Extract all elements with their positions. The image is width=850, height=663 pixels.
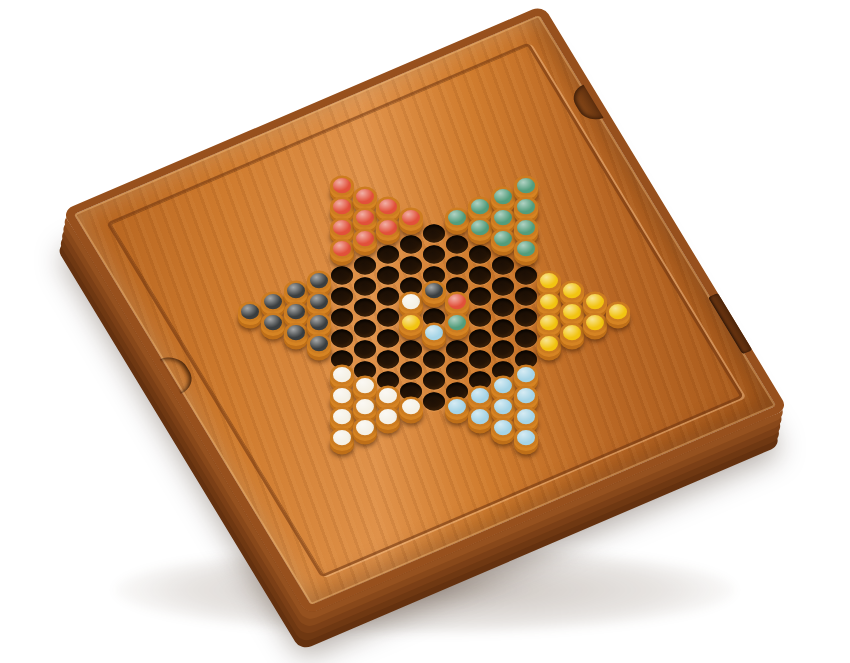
peg-red[interactable] [376,197,400,217]
hole-13-8[interactable] [515,329,537,347]
hole-7-3[interactable] [377,245,399,263]
hole-11-4[interactable] [469,266,491,284]
hole-6-7[interactable] [354,319,376,337]
peg-yellow[interactable] [560,281,584,301]
peg-black[interactable] [307,270,331,290]
peg-white[interactable] [376,386,400,406]
peg-green[interactable] [491,186,515,206]
peg-red[interactable] [353,186,377,206]
peg-black[interactable] [284,323,308,343]
peg-red[interactable] [445,291,469,311]
hole-11-8[interactable] [469,350,491,368]
hole-13-6[interactable] [515,287,537,305]
hole-7-6[interactable] [377,308,399,326]
hole-12-4[interactable] [492,256,514,274]
hole-12-7[interactable] [492,319,514,337]
hole-7-8[interactable] [377,350,399,368]
peg-green[interactable] [514,218,538,238]
peg-blue[interactable] [491,396,515,416]
peg-red[interactable] [399,207,423,227]
peg-red[interactable] [330,176,354,196]
hole-5-6[interactable] [331,287,353,305]
peg-green[interactable] [445,312,469,332]
peg-green[interactable] [514,239,538,259]
peg-yellow[interactable] [606,302,630,322]
peg-white[interactable] [353,417,377,437]
peg-red[interactable] [353,207,377,227]
peg-red[interactable] [353,228,377,248]
game-box [62,5,788,615]
peg-green[interactable] [468,218,492,238]
hole-12-8[interactable] [492,340,514,358]
board [164,91,686,529]
hole-10-8[interactable] [446,361,468,379]
peg-black[interactable] [422,281,446,301]
hole-12-6[interactable] [492,298,514,316]
peg-white[interactable] [330,365,354,385]
peg-red[interactable] [330,197,354,217]
peg-yellow[interactable] [583,312,607,332]
hole-6-5[interactable] [354,277,376,295]
peg-black[interactable] [284,302,308,322]
peg-yellow[interactable] [537,333,561,353]
hole-8-3[interactable] [400,256,422,274]
peg-green[interactable] [491,207,515,227]
hole-6-4[interactable] [354,256,376,274]
peg-red[interactable] [376,218,400,238]
peg-yellow[interactable] [583,291,607,311]
peg-yellow[interactable] [537,312,561,332]
peg-white[interactable] [399,396,423,416]
peg-yellow[interactable] [560,302,584,322]
hole-9-9[interactable] [423,392,445,410]
peg-black[interactable] [307,333,331,353]
peg-white[interactable] [330,428,354,448]
peg-blue[interactable] [445,396,469,416]
peg-blue[interactable] [514,386,538,406]
hole-8-2[interactable] [400,235,422,253]
peg-black[interactable] [261,291,285,311]
lid-slot [708,293,752,354]
peg-white[interactable] [330,407,354,427]
hole-9-7[interactable] [423,350,445,368]
hole-6-6[interactable] [354,298,376,316]
peg-yellow[interactable] [537,291,561,311]
hole-9-1[interactable] [423,224,445,242]
hole-9-8[interactable] [423,371,445,389]
hole-10-3[interactable] [446,256,468,274]
peg-blue[interactable] [514,428,538,448]
hole-6-8[interactable] [354,340,376,358]
peg-green[interactable] [514,197,538,217]
peg-yellow[interactable] [399,312,423,332]
peg-yellow[interactable] [560,323,584,343]
hole-11-7[interactable] [469,329,491,347]
box-wrap [62,5,788,615]
peg-black[interactable] [284,281,308,301]
hole-5-8[interactable] [331,329,353,347]
hole-11-5[interactable] [469,287,491,305]
hole-10-7[interactable] [446,340,468,358]
scene [0,0,850,663]
peg-red[interactable] [330,218,354,238]
peg-black[interactable] [261,312,285,332]
peg-white[interactable] [399,291,423,311]
peg-black[interactable] [307,291,331,311]
hole-10-2[interactable] [446,235,468,253]
peg-blue[interactable] [468,407,492,427]
hole-11-3[interactable] [469,245,491,263]
hole-11-6[interactable] [469,308,491,326]
hole-8-7[interactable] [400,340,422,358]
hole-13-7[interactable] [515,308,537,326]
hole-7-5[interactable] [377,287,399,305]
peg-green[interactable] [491,228,515,248]
peg-black[interactable] [307,312,331,332]
peg-blue[interactable] [514,365,538,385]
peg-yellow[interactable] [537,270,561,290]
hole-9-2[interactable] [423,245,445,263]
hole-7-4[interactable] [377,266,399,284]
peg-blue[interactable] [491,417,515,437]
hole-8-8[interactable] [400,361,422,379]
peg-black[interactable] [238,302,262,322]
hole-13-5[interactable] [515,266,537,284]
peg-blue[interactable] [491,375,515,395]
peg-blue[interactable] [422,323,446,343]
peg-green[interactable] [468,197,492,217]
hole-12-5[interactable] [492,277,514,295]
peg-white[interactable] [376,407,400,427]
hole-5-5[interactable] [331,266,353,284]
hole-5-7[interactable] [331,308,353,326]
peg-blue[interactable] [514,407,538,427]
peg-red[interactable] [330,239,354,259]
peg-blue[interactable] [468,386,492,406]
peg-white[interactable] [330,386,354,406]
peg-green[interactable] [514,176,538,196]
hole-7-7[interactable] [377,329,399,347]
peg-white[interactable] [353,375,377,395]
peg-green[interactable] [445,207,469,227]
peg-white[interactable] [353,396,377,416]
